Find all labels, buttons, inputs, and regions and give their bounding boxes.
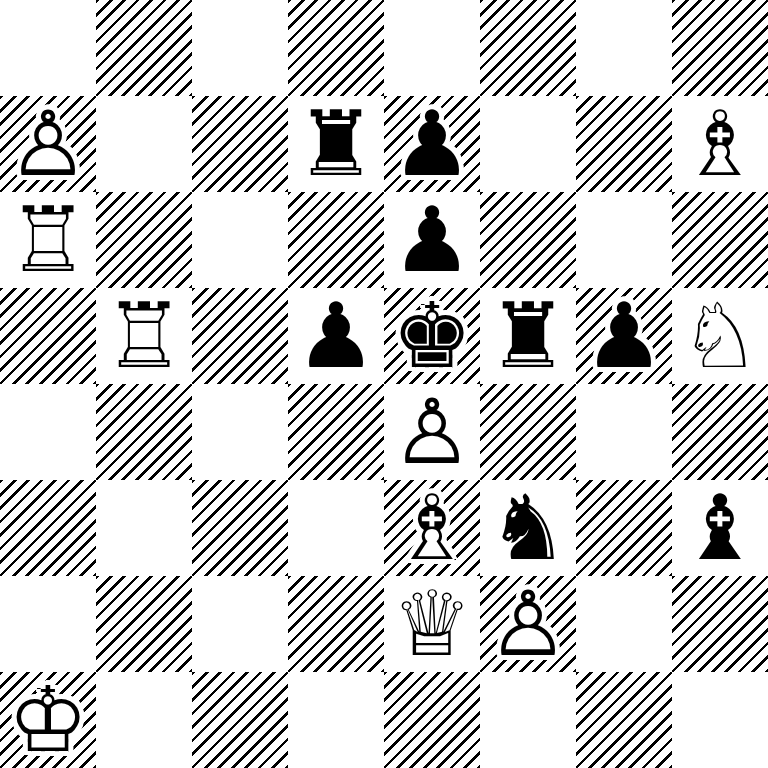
square-h4[interactable]	[672, 384, 768, 480]
piece-glyph: ♙	[480, 576, 576, 672]
white-knight-h5[interactable]: ♞♘	[672, 288, 768, 384]
square-d5[interactable]: ♟	[288, 288, 384, 384]
piece-glyph: ♗	[672, 96, 768, 192]
black-rook-d7[interactable]: ♜	[288, 96, 384, 192]
square-b6[interactable]	[96, 192, 192, 288]
square-f7[interactable]	[480, 96, 576, 192]
square-b7[interactable]	[96, 96, 192, 192]
square-f1[interactable]	[480, 672, 576, 768]
square-g3[interactable]	[576, 480, 672, 576]
square-c5[interactable]	[192, 288, 288, 384]
square-d2[interactable]	[288, 576, 384, 672]
square-g6[interactable]	[576, 192, 672, 288]
square-a8[interactable]	[0, 0, 96, 96]
square-a7[interactable]: ♟♙	[0, 96, 96, 192]
square-b5[interactable]: ♜♖	[96, 288, 192, 384]
square-f2[interactable]: ♟♙	[480, 576, 576, 672]
black-pawn-e7[interactable]: ♟	[384, 96, 480, 192]
white-rook-b5[interactable]: ♜♖	[96, 288, 192, 384]
piece-glyph: ♝	[672, 480, 768, 576]
square-e2[interactable]: ♛♕	[384, 576, 480, 672]
square-e8[interactable]	[384, 0, 480, 96]
piece-glyph: ♖	[96, 288, 192, 384]
piece-glyph: ♗	[384, 480, 480, 576]
square-e6[interactable]: ♟	[384, 192, 480, 288]
piece-glyph: ♟	[576, 288, 672, 384]
square-g7[interactable]	[576, 96, 672, 192]
square-g5[interactable]: ♟	[576, 288, 672, 384]
square-e4[interactable]: ♟♙	[384, 384, 480, 480]
black-pawn-g5[interactable]: ♟	[576, 288, 672, 384]
black-pawn-e6[interactable]: ♟	[384, 192, 480, 288]
square-f5[interactable]: ♜	[480, 288, 576, 384]
square-c8[interactable]	[192, 0, 288, 96]
square-a3[interactable]	[0, 480, 96, 576]
square-h5[interactable]: ♞♘	[672, 288, 768, 384]
square-e7[interactable]: ♟	[384, 96, 480, 192]
white-king-a1[interactable]: ♚♔	[0, 672, 96, 768]
square-b2[interactable]	[96, 576, 192, 672]
piece-glyph: ♟	[384, 96, 480, 192]
white-bishop-e3[interactable]: ♝♗	[384, 480, 480, 576]
square-a2[interactable]	[0, 576, 96, 672]
square-e1[interactable]	[384, 672, 480, 768]
square-f6[interactable]	[480, 192, 576, 288]
square-h3[interactable]: ♝	[672, 480, 768, 576]
square-c1[interactable]	[192, 672, 288, 768]
piece-glyph: ♟	[384, 192, 480, 288]
black-bishop-h3[interactable]: ♝	[672, 480, 768, 576]
piece-glyph: ♟	[288, 288, 384, 384]
square-a5[interactable]	[0, 288, 96, 384]
square-e3[interactable]: ♝♗	[384, 480, 480, 576]
square-h8[interactable]	[672, 0, 768, 96]
square-h1[interactable]	[672, 672, 768, 768]
square-f8[interactable]	[480, 0, 576, 96]
square-e5[interactable]: ♚	[384, 288, 480, 384]
square-a4[interactable]	[0, 384, 96, 480]
square-c7[interactable]	[192, 96, 288, 192]
square-d7[interactable]: ♜	[288, 96, 384, 192]
piece-glyph: ♜	[480, 288, 576, 384]
piece-glyph: ♙	[384, 384, 480, 480]
white-bishop-h7[interactable]: ♝♗	[672, 96, 768, 192]
piece-glyph: ♙	[0, 96, 96, 192]
square-g4[interactable]	[576, 384, 672, 480]
square-c2[interactable]	[192, 576, 288, 672]
piece-glyph: ♕	[384, 576, 480, 672]
square-c6[interactable]	[192, 192, 288, 288]
piece-glyph: ♘	[672, 288, 768, 384]
square-b3[interactable]	[96, 480, 192, 576]
square-b1[interactable]	[96, 672, 192, 768]
square-g2[interactable]	[576, 576, 672, 672]
square-a6[interactable]: ♜♖	[0, 192, 96, 288]
white-pawn-a7[interactable]: ♟♙	[0, 96, 96, 192]
piece-glyph: ♜	[288, 96, 384, 192]
square-g8[interactable]	[576, 0, 672, 96]
square-c4[interactable]	[192, 384, 288, 480]
black-pawn-d5[interactable]: ♟	[288, 288, 384, 384]
square-f4[interactable]	[480, 384, 576, 480]
black-knight-f3[interactable]: ♞	[480, 480, 576, 576]
square-g1[interactable]	[576, 672, 672, 768]
square-c3[interactable]	[192, 480, 288, 576]
piece-glyph: ♖	[0, 192, 96, 288]
square-f3[interactable]: ♞	[480, 480, 576, 576]
chess-board: ♟♙♜♟♝♗♜♖♟♜♖♟♚♜♟♞♘♟♙♝♗♞♝♛♕♟♙♚♔	[0, 0, 768, 768]
square-b8[interactable]	[96, 0, 192, 96]
square-b4[interactable]	[96, 384, 192, 480]
square-d8[interactable]	[288, 0, 384, 96]
square-h6[interactable]	[672, 192, 768, 288]
white-queen-e2[interactable]: ♛♕	[384, 576, 480, 672]
white-pawn-e4[interactable]: ♟♙	[384, 384, 480, 480]
black-rook-f5[interactable]: ♜	[480, 288, 576, 384]
piece-glyph: ♞	[480, 480, 576, 576]
white-pawn-f2[interactable]: ♟♙	[480, 576, 576, 672]
piece-glyph: ♚	[384, 288, 480, 384]
black-king-e5[interactable]: ♚	[384, 288, 480, 384]
piece-glyph: ♔	[0, 672, 96, 768]
square-d4[interactable]	[288, 384, 384, 480]
square-h7[interactable]: ♝♗	[672, 96, 768, 192]
square-h2[interactable]	[672, 576, 768, 672]
square-a1[interactable]: ♚♔	[0, 672, 96, 768]
white-rook-a6[interactable]: ♜♖	[0, 192, 96, 288]
square-d3[interactable]	[288, 480, 384, 576]
square-d6[interactable]	[288, 192, 384, 288]
square-d1[interactable]	[288, 672, 384, 768]
